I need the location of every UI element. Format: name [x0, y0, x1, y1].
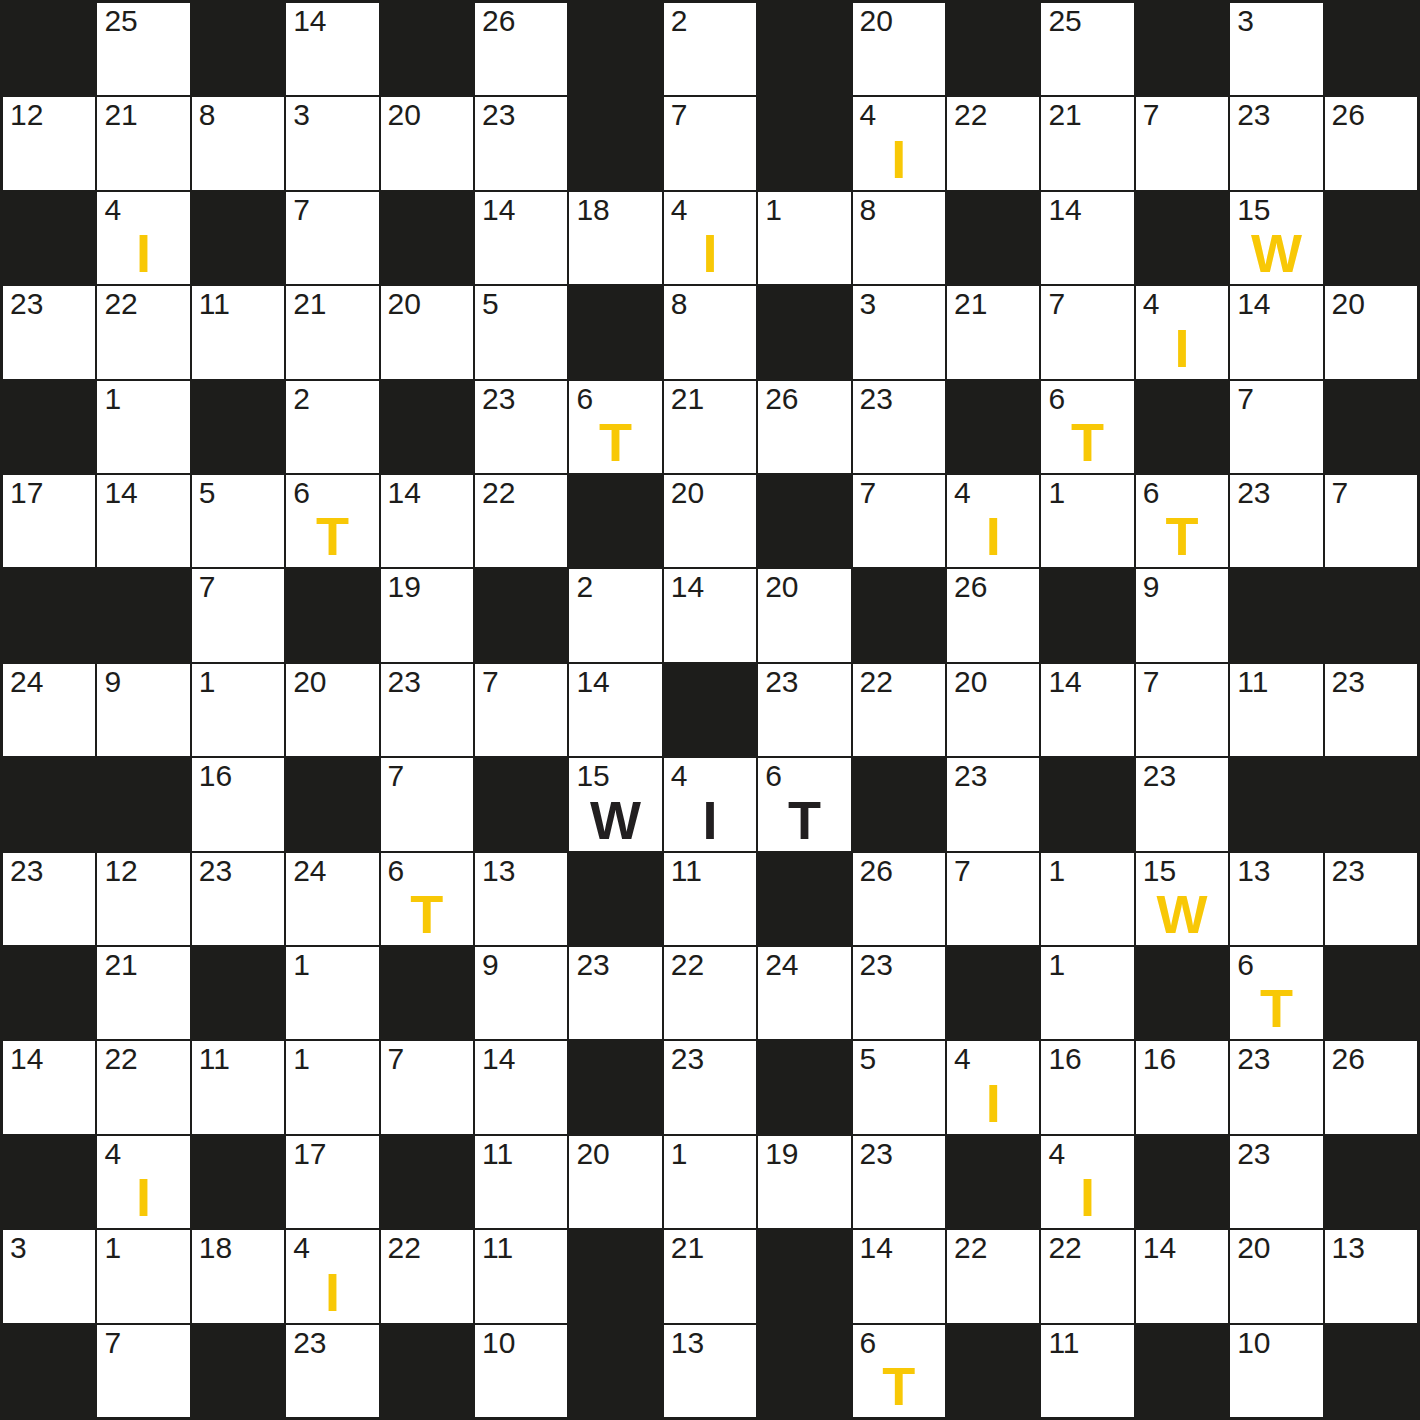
cell-number: 22 [388, 1231, 421, 1266]
cell-number: 3 [1237, 4, 1254, 39]
cell-number: 23 [1332, 854, 1365, 889]
cell-number: 23 [199, 854, 232, 889]
grid-cell[interactable]: 22 [96, 1040, 190, 1134]
given-letter: T [1230, 981, 1322, 1035]
grid-cell[interactable]: 11 [1040, 1324, 1134, 1418]
cell-number: 20 [388, 287, 421, 322]
black-cell [757, 1324, 851, 1418]
black-cell [568, 1040, 662, 1134]
black-cell [191, 380, 285, 474]
grid-cell[interactable]: 20 [1229, 1229, 1323, 1323]
grid-cell[interactable]: 23 [2, 852, 96, 946]
cell-number: 23 [1237, 98, 1270, 133]
grid-cell[interactable]: 23 [474, 96, 568, 190]
black-cell [1135, 946, 1229, 1040]
grid-cell[interactable]: 7 [1229, 380, 1323, 474]
grid-cell[interactable]: 4I [1135, 285, 1229, 379]
grid-cell[interactable]: 11 [474, 1229, 568, 1323]
grid-cell[interactable]: 14 [852, 1229, 946, 1323]
cell-number: 4 [293, 1231, 310, 1266]
cell-number: 26 [1332, 1042, 1365, 1077]
black-cell [757, 1040, 851, 1134]
black-cell [1135, 380, 1229, 474]
grid-cell[interactable]: 21 [946, 285, 1040, 379]
cell-number: 23 [1237, 1042, 1270, 1077]
grid-cell[interactable]: 23 [1324, 852, 1418, 946]
grid-cell[interactable]: 4I [1040, 1135, 1134, 1229]
cell-number: 21 [671, 382, 704, 417]
given-letter: W [1136, 887, 1228, 941]
grid-cell[interactable]: 18 [191, 1229, 285, 1323]
grid-cell[interactable]: 26 [474, 2, 568, 96]
black-cell [946, 191, 1040, 285]
grid-cell[interactable]: 7 [285, 191, 379, 285]
cell-number: 16 [199, 759, 232, 794]
grid-cell[interactable]: 19 [757, 1135, 851, 1229]
cell-number: 20 [860, 4, 893, 39]
black-cell [1229, 568, 1323, 662]
grid-cell[interactable]: 4I [96, 191, 190, 285]
grid-cell[interactable]: 13 [663, 1324, 757, 1418]
grid-cell[interactable]: 6T [568, 380, 662, 474]
grid-cell[interactable]: 7 [96, 1324, 190, 1418]
grid-cell[interactable]: 21 [1040, 96, 1134, 190]
grid-cell[interactable]: 23 [757, 663, 851, 757]
grid-cell[interactable]: 1 [1040, 852, 1134, 946]
cell-number: 13 [1332, 1231, 1365, 1266]
cell-number: 2 [671, 4, 688, 39]
grid-cell[interactable]: 1 [757, 191, 851, 285]
cell-number: 24 [293, 854, 326, 889]
black-cell [96, 757, 190, 851]
grid-cell[interactable]: 1 [191, 663, 285, 757]
grid-cell[interactable]: 26 [852, 852, 946, 946]
solved-letter: T [758, 793, 850, 847]
cell-number: 22 [104, 287, 137, 322]
given-letter: T [569, 415, 661, 469]
black-cell [2, 380, 96, 474]
grid-cell[interactable]: 23 [191, 852, 285, 946]
grid-cell[interactable]: 7 [474, 663, 568, 757]
cell-number: 21 [104, 98, 137, 133]
cell-number: 1 [199, 665, 216, 700]
grid-cell[interactable]: 6T [1135, 474, 1229, 568]
grid-cell[interactable]: 8 [852, 191, 946, 285]
cell-number: 3 [10, 1231, 27, 1266]
cell-number: 23 [860, 382, 893, 417]
cell-number: 21 [954, 287, 987, 322]
grid-cell[interactable]: 3 [285, 96, 379, 190]
given-letter: I [853, 132, 945, 186]
grid-cell[interactable]: 23 [1229, 1135, 1323, 1229]
black-cell [1135, 1324, 1229, 1418]
cell-number: 23 [954, 759, 987, 794]
grid-cell[interactable]: 10 [474, 1324, 568, 1418]
cell-number: 3 [293, 98, 310, 133]
cell-number: 1 [1048, 476, 1065, 511]
cell-number: 4 [954, 476, 971, 511]
grid-cell[interactable]: 6T [1229, 946, 1323, 1040]
grid-cell[interactable]: 7 [1135, 663, 1229, 757]
grid-cell[interactable]: 3 [2, 1229, 96, 1323]
cell-number: 22 [671, 948, 704, 983]
cell-number: 23 [576, 948, 609, 983]
grid-cell[interactable]: 22 [474, 474, 568, 568]
cell-number: 21 [293, 287, 326, 322]
black-cell [568, 285, 662, 379]
cell-number: 19 [388, 570, 421, 605]
grid-cell[interactable]: 16 [191, 757, 285, 851]
grid-cell[interactable]: 11 [663, 852, 757, 946]
grid-cell[interactable]: 14 [96, 474, 190, 568]
grid-cell[interactable]: 21 [96, 96, 190, 190]
grid-cell[interactable]: 26 [1324, 96, 1418, 190]
grid-cell[interactable]: 23 [285, 1324, 379, 1418]
grid-cell[interactable]: 1 [96, 1229, 190, 1323]
grid-cell[interactable]: 23 [568, 946, 662, 1040]
cell-number: 6 [1048, 382, 1065, 417]
black-cell [285, 757, 379, 851]
grid-cell[interactable]: 20 [757, 568, 851, 662]
grid-cell[interactable]: 12 [96, 852, 190, 946]
grid-cell[interactable]: 9 [474, 946, 568, 1040]
grid-cell[interactable]: 6T [757, 757, 851, 851]
given-letter: I [664, 226, 756, 280]
cell-number: 7 [104, 1326, 121, 1361]
cell-number: 23 [671, 1042, 704, 1077]
grid-cell[interactable]: 10 [1229, 1324, 1323, 1418]
grid-cell[interactable]: 14 [380, 474, 474, 568]
grid-cell[interactable]: 22 [380, 1229, 474, 1323]
cell-number: 7 [1143, 665, 1160, 700]
cell-number: 14 [1143, 1231, 1176, 1266]
grid-cell[interactable]: 7 [663, 96, 757, 190]
cell-number: 6 [1237, 948, 1254, 983]
black-cell [946, 380, 1040, 474]
cell-number: 7 [482, 665, 499, 700]
grid-cell[interactable]: 14 [663, 568, 757, 662]
black-cell [474, 757, 568, 851]
grid-cell[interactable]: 1 [285, 946, 379, 1040]
grid-cell[interactable]: 25 [1040, 2, 1134, 96]
grid-cell[interactable]: 26 [757, 380, 851, 474]
cell-number: 1 [293, 948, 310, 983]
grid-cell[interactable]: 19 [380, 568, 474, 662]
grid-cell[interactable]: 18 [568, 191, 662, 285]
codeword-board: 251426220253122183202374I2221723264I7141… [0, 0, 1420, 1420]
grid-cell[interactable]: 23 [852, 1135, 946, 1229]
grid-cell[interactable]: 15W [1135, 852, 1229, 946]
grid-cell[interactable]: 22 [96, 285, 190, 379]
grid-cell[interactable]: 14 [2, 1040, 96, 1134]
grid-cell[interactable]: 1 [1040, 474, 1134, 568]
black-cell [852, 568, 946, 662]
black-cell [1324, 946, 1418, 1040]
grid-cell[interactable]: 9 [1135, 568, 1229, 662]
grid-cell[interactable]: 22 [852, 663, 946, 757]
grid-cell[interactable]: 23 [1229, 474, 1323, 568]
cell-number: 7 [1332, 476, 1349, 511]
grid-cell[interactable]: 1 [96, 380, 190, 474]
black-cell [757, 96, 851, 190]
grid-cell[interactable]: 4I [852, 96, 946, 190]
grid-cell[interactable]: 13 [1229, 852, 1323, 946]
grid-cell[interactable]: 7 [191, 568, 285, 662]
cell-number: 23 [1237, 1137, 1270, 1172]
cell-number: 14 [1048, 193, 1081, 228]
cell-number: 10 [482, 1326, 515, 1361]
grid-cell[interactable]: 7 [1135, 96, 1229, 190]
given-letter: T [1041, 415, 1133, 469]
black-cell [663, 663, 757, 757]
grid-cell[interactable]: 23 [2, 285, 96, 379]
cell-number: 20 [293, 665, 326, 700]
cell-number: 6 [388, 854, 405, 889]
cell-number: 5 [199, 476, 216, 511]
grid-cell[interactable]: 20 [946, 663, 1040, 757]
grid-cell[interactable]: 15W [1229, 191, 1323, 285]
black-cell [2, 2, 96, 96]
cell-number: 20 [671, 476, 704, 511]
cell-number: 5 [860, 1042, 877, 1077]
grid-cell[interactable]: 11 [191, 285, 285, 379]
grid-cell[interactable]: 1 [285, 1040, 379, 1134]
cell-number: 23 [765, 665, 798, 700]
grid-cell[interactable]: 20 [380, 285, 474, 379]
cell-number: 11 [1237, 665, 1268, 700]
grid-cell[interactable]: 24 [285, 852, 379, 946]
black-cell [1324, 2, 1418, 96]
grid-cell[interactable]: 23 [852, 946, 946, 1040]
grid-cell[interactable]: 4I [946, 474, 1040, 568]
cell-number: 4 [1143, 287, 1160, 322]
grid-cell[interactable]: 21 [96, 946, 190, 1040]
grid-cell[interactable]: 23 [1229, 1040, 1323, 1134]
grid-cell[interactable]: 20 [285, 663, 379, 757]
black-cell [568, 2, 662, 96]
grid-cell[interactable]: 7 [380, 1040, 474, 1134]
cell-number: 6 [1143, 476, 1160, 511]
grid-cell[interactable]: 5 [474, 285, 568, 379]
grid-cell[interactable]: 9 [96, 663, 190, 757]
cell-number: 11 [199, 287, 230, 322]
cell-number: 14 [671, 570, 704, 605]
grid-cell[interactable]: 26 [1324, 1040, 1418, 1134]
grid-cell[interactable]: 14 [474, 1040, 568, 1134]
grid-cell[interactable]: 20 [852, 2, 946, 96]
black-cell [191, 191, 285, 285]
cell-number: 20 [1332, 287, 1365, 322]
grid-cell[interactable]: 8 [191, 96, 285, 190]
grid-cell[interactable]: 16 [1040, 1040, 1134, 1134]
cell-number: 4 [954, 1042, 971, 1077]
grid-cell[interactable]: 23 [663, 1040, 757, 1134]
cell-number: 17 [10, 476, 43, 511]
grid-cell[interactable]: 4I [946, 1040, 1040, 1134]
grid-cell[interactable]: 14 [474, 191, 568, 285]
given-letter: I [947, 509, 1039, 563]
grid-cell[interactable]: 21 [285, 285, 379, 379]
cell-number: 14 [482, 193, 515, 228]
grid-cell[interactable]: 6T [1040, 380, 1134, 474]
grid-cell[interactable]: 25 [96, 2, 190, 96]
cell-number: 6 [860, 1326, 877, 1361]
cell-number: 5 [482, 287, 499, 322]
cell-number: 9 [104, 665, 121, 700]
grid-cell[interactable]: 26 [946, 568, 1040, 662]
grid-cell[interactable]: 1 [663, 1135, 757, 1229]
grid-cell[interactable]: 20 [1324, 285, 1418, 379]
black-cell [380, 2, 474, 96]
grid-cell[interactable]: 16 [1135, 1040, 1229, 1134]
cell-number: 23 [1332, 665, 1365, 700]
black-cell [2, 1324, 96, 1418]
grid-cell[interactable]: 13 [474, 852, 568, 946]
cell-number: 22 [860, 665, 893, 700]
given-letter: I [1136, 321, 1228, 375]
black-cell [946, 946, 1040, 1040]
grid-cell[interactable]: 23 [852, 380, 946, 474]
cell-number: 14 [10, 1042, 43, 1077]
grid-cell[interactable]: 14 [568, 663, 662, 757]
grid-cell[interactable]: 7 [380, 757, 474, 851]
grid-cell[interactable]: 23 [380, 663, 474, 757]
grid-cell[interactable]: 2 [285, 380, 379, 474]
black-cell [946, 2, 1040, 96]
cell-number: 15 [1143, 854, 1176, 889]
grid-cell[interactable]: 4I [663, 757, 757, 851]
grid-cell[interactable]: 17 [2, 474, 96, 568]
cell-number: 11 [199, 1042, 230, 1077]
cell-number: 1 [1048, 948, 1065, 983]
cell-number: 9 [1143, 570, 1160, 605]
grid-cell[interactable]: 13 [1324, 1229, 1418, 1323]
cell-number: 24 [10, 665, 43, 700]
grid-cell[interactable]: 11 [1229, 663, 1323, 757]
grid-cell[interactable]: 5 [191, 474, 285, 568]
grid-cell[interactable]: 1 [1040, 946, 1134, 1040]
grid-cell[interactable]: 21 [663, 380, 757, 474]
cell-number: 7 [860, 476, 877, 511]
grid-cell[interactable]: 14 [1040, 191, 1134, 285]
black-cell [474, 568, 568, 662]
cell-number: 11 [671, 854, 702, 889]
grid-cell[interactable]: 6T [380, 852, 474, 946]
grid-cell[interactable]: 24 [2, 663, 96, 757]
grid-cell[interactable]: 2 [568, 568, 662, 662]
grid-cell[interactable]: 7 [946, 852, 1040, 946]
cell-number: 20 [765, 570, 798, 605]
given-letter: I [97, 226, 189, 280]
grid-cell[interactable]: 11 [474, 1135, 568, 1229]
cell-number: 13 [671, 1326, 704, 1361]
grid-cell[interactable]: 11 [191, 1040, 285, 1134]
grid-cell[interactable]: 20 [380, 96, 474, 190]
cell-number: 6 [293, 476, 310, 511]
black-cell [568, 1324, 662, 1418]
cell-number: 1 [293, 1042, 310, 1077]
given-letter: I [97, 1170, 189, 1224]
grid-cell[interactable]: 22 [1040, 1229, 1134, 1323]
grid-cell[interactable]: 23 [1324, 663, 1418, 757]
grid-cell[interactable]: 17 [285, 1135, 379, 1229]
cell-number: 2 [576, 570, 593, 605]
cell-number: 13 [482, 854, 515, 889]
grid-cell[interactable]: 22 [663, 946, 757, 1040]
grid-cell[interactable]: 3 [852, 285, 946, 379]
cell-number: 25 [104, 4, 137, 39]
black-cell [2, 191, 96, 285]
grid-cell[interactable]: 21 [663, 1229, 757, 1323]
grid-cell[interactable]: 24 [757, 946, 851, 1040]
cell-number: 12 [10, 98, 43, 133]
grid-cell[interactable]: 6T [852, 1324, 946, 1418]
black-cell [191, 1135, 285, 1229]
grid-cell[interactable]: 4I [285, 1229, 379, 1323]
cell-number: 21 [671, 1231, 704, 1266]
grid-cell[interactable]: 22 [946, 96, 1040, 190]
cell-number: 24 [765, 948, 798, 983]
black-cell [380, 191, 474, 285]
grid-cell[interactable]: 14 [1040, 663, 1134, 757]
grid-cell[interactable]: 3 [1229, 2, 1323, 96]
grid-cell[interactable]: 4I [663, 191, 757, 285]
grid-cell[interactable]: 15W [568, 757, 662, 851]
black-cell [1324, 1324, 1418, 1418]
cell-number: 14 [576, 665, 609, 700]
grid-cell[interactable]: 8 [663, 285, 757, 379]
grid-cell[interactable]: 14 [285, 2, 379, 96]
grid-cell[interactable]: 12 [2, 96, 96, 190]
grid-cell[interactable]: 23 [474, 380, 568, 474]
black-cell [568, 96, 662, 190]
grid-cell[interactable]: 20 [663, 474, 757, 568]
grid-cell[interactable]: 20 [568, 1135, 662, 1229]
cell-number: 23 [860, 948, 893, 983]
grid-cell[interactable]: 6T [285, 474, 379, 568]
cell-number: 18 [199, 1231, 232, 1266]
cell-number: 1 [671, 1137, 688, 1172]
grid-cell[interactable]: 23 [1229, 96, 1323, 190]
grid-cell[interactable]: 14 [1229, 285, 1323, 379]
grid-cell[interactable]: 7 [1324, 474, 1418, 568]
cell-number: 7 [1143, 98, 1160, 133]
given-letter: T [381, 887, 473, 941]
grid-cell[interactable]: 5 [852, 1040, 946, 1134]
black-cell [2, 1135, 96, 1229]
grid-cell[interactable]: 2 [663, 2, 757, 96]
cell-number: 7 [954, 854, 971, 889]
cell-number: 23 [860, 1137, 893, 1172]
grid-cell[interactable]: 23 [1135, 757, 1229, 851]
black-cell [1135, 191, 1229, 285]
cell-number: 25 [1048, 4, 1081, 39]
grid-cell[interactable]: 7 [1040, 285, 1134, 379]
grid-cell[interactable]: 4I [96, 1135, 190, 1229]
grid-cell[interactable]: 23 [946, 757, 1040, 851]
black-cell [191, 946, 285, 1040]
grid-cell[interactable]: 14 [1135, 1229, 1229, 1323]
given-letter: I [286, 1265, 378, 1319]
cell-number: 22 [954, 98, 987, 133]
cell-number: 26 [954, 570, 987, 605]
grid-cell[interactable]: 22 [946, 1229, 1040, 1323]
cell-number: 22 [482, 476, 515, 511]
grid-cell[interactable]: 7 [852, 474, 946, 568]
cell-number: 20 [954, 665, 987, 700]
cell-number: 26 [482, 4, 515, 39]
cell-number: 21 [1048, 98, 1081, 133]
